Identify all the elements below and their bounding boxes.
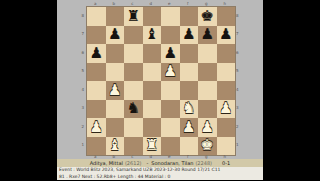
white-player-rating: (2612) — [125, 160, 142, 166]
square-e8[interactable] — [161, 7, 180, 26]
square-c1[interactable] — [124, 137, 143, 156]
rank-label-5: 5 — [234, 62, 263, 81]
rank-label-2: 2 — [234, 117, 263, 136]
chess-app-frame: abcdefgh 87654321 ♜♚♟♝♟♟♟♟♟♟♟♞♞♟♟♟♟♝♜♚ 8… — [57, 0, 263, 180]
square-b4[interactable]: ♟ — [106, 81, 125, 100]
square-f8[interactable] — [180, 7, 199, 26]
white-knight[interactable]: ♞ — [180, 100, 199, 119]
letterbox-right — [263, 0, 320, 180]
square-a2[interactable]: ♟ — [87, 118, 106, 137]
square-e6[interactable]: ♟ — [161, 44, 180, 63]
white-pawn[interactable]: ♟ — [198, 118, 217, 137]
white-player-name: Aditya, Mittal — [90, 160, 123, 166]
black-king[interactable]: ♚ — [198, 7, 217, 26]
white-pawn[interactable]: ♟ — [161, 63, 180, 82]
rank-label-7: 7 — [234, 25, 263, 44]
white-pawn[interactable]: ♟ — [180, 118, 199, 137]
black-knight[interactable]: ♞ — [124, 100, 143, 119]
white-pawn[interactable]: ♟ — [106, 81, 125, 100]
square-c2[interactable] — [124, 118, 143, 137]
white-rook[interactable]: ♜ — [143, 137, 162, 156]
square-g5[interactable] — [198, 63, 217, 82]
square-e1[interactable] — [161, 137, 180, 156]
square-g7[interactable]: ♟ — [198, 26, 217, 45]
square-a3[interactable] — [87, 100, 106, 119]
square-d5[interactable] — [143, 63, 162, 82]
square-a4[interactable] — [87, 81, 106, 100]
rank-labels-left: 87654321 — [57, 6, 86, 154]
square-b5[interactable] — [106, 63, 125, 82]
square-b6[interactable] — [106, 44, 125, 63]
square-h1[interactable] — [217, 137, 236, 156]
black-pawn[interactable]: ♟ — [198, 26, 217, 45]
square-e4[interactable] — [161, 81, 180, 100]
square-g4[interactable] — [198, 81, 217, 100]
square-f5[interactable] — [180, 63, 199, 82]
square-d8[interactable] — [143, 7, 162, 26]
square-c8[interactable]: ♜ — [124, 7, 143, 26]
square-a5[interactable] — [87, 63, 106, 82]
black-pawn[interactable]: ♟ — [87, 44, 106, 63]
square-f4[interactable] — [180, 81, 199, 100]
game-result: 0-1 — [222, 160, 230, 166]
rank-label-3: 3 — [234, 99, 263, 118]
black-player-name: Sonodaran, Tilan — [151, 160, 193, 166]
square-b2[interactable] — [106, 118, 125, 137]
square-a7[interactable] — [87, 26, 106, 45]
square-f2[interactable]: ♟ — [180, 118, 199, 137]
square-c3[interactable]: ♞ — [124, 100, 143, 119]
square-e7[interactable] — [161, 26, 180, 45]
square-g2[interactable]: ♟ — [198, 118, 217, 137]
square-d3[interactable] — [143, 100, 162, 119]
square-f3[interactable]: ♞ — [180, 100, 199, 119]
board-area: abcdefgh 87654321 ♜♚♟♝♟♟♟♟♟♟♟♞♞♟♟♟♟♝♜♚ 8… — [57, 0, 263, 159]
square-h6[interactable] — [217, 44, 236, 63]
rank-label-8: 8 — [234, 6, 263, 25]
square-f1[interactable] — [180, 137, 199, 156]
white-bishop[interactable]: ♝ — [106, 137, 125, 156]
black-player-rating: (2248) — [195, 160, 212, 166]
white-pawn[interactable]: ♟ — [87, 118, 106, 137]
square-g8[interactable]: ♚ — [198, 7, 217, 26]
black-bishop[interactable]: ♝ — [143, 26, 162, 45]
black-pawn[interactable]: ♟ — [106, 26, 125, 45]
square-f7[interactable]: ♟ — [180, 26, 199, 45]
black-rook[interactable]: ♜ — [124, 7, 143, 26]
square-g1[interactable]: ♚ — [198, 137, 217, 156]
square-f6[interactable] — [180, 44, 199, 63]
square-a1[interactable] — [87, 137, 106, 156]
caption-panel: Aditya, Mittal(2612)-Sonodaran, Tilan(22… — [57, 159, 263, 180]
square-h3[interactable]: ♟ — [217, 100, 236, 119]
square-b7[interactable]: ♟ — [106, 26, 125, 45]
square-d6[interactable] — [143, 44, 162, 63]
rank-label-6: 6 — [234, 43, 263, 62]
square-d1[interactable]: ♜ — [143, 137, 162, 156]
square-d7[interactable]: ♝ — [143, 26, 162, 45]
square-c6[interactable] — [124, 44, 143, 63]
square-e3[interactable] — [161, 100, 180, 119]
square-h4[interactable] — [217, 81, 236, 100]
square-h8[interactable] — [217, 7, 236, 26]
square-c4[interactable] — [124, 81, 143, 100]
square-c5[interactable] — [124, 63, 143, 82]
square-e2[interactable] — [161, 118, 180, 137]
square-c7[interactable] — [124, 26, 143, 45]
rank-labels-right: 87654321 — [234, 6, 263, 154]
white-king[interactable]: ♚ — [198, 137, 217, 156]
black-pawn[interactable]: ♟ — [161, 44, 180, 63]
letterbox-left — [0, 0, 57, 180]
square-d4[interactable] — [143, 81, 162, 100]
white-pawn[interactable]: ♟ — [217, 100, 236, 119]
square-a6[interactable]: ♟ — [87, 44, 106, 63]
square-h7[interactable]: ♟ — [217, 26, 236, 45]
square-b8[interactable] — [106, 7, 125, 26]
black-pawn[interactable]: ♟ — [180, 26, 199, 45]
players-line: Aditya, Mittal(2612)-Sonodaran, Tilan(22… — [57, 159, 263, 167]
square-d2[interactable] — [143, 118, 162, 137]
chess-board[interactable]: ♜♚♟♝♟♟♟♟♟♟♟♞♞♟♟♟♟♝♜♚ — [86, 6, 236, 156]
square-b3[interactable] — [106, 100, 125, 119]
square-g6[interactable] — [198, 44, 217, 63]
square-e5[interactable]: ♟ — [161, 63, 180, 82]
moves-line: 81 . Rxe7 Next : 52.Rb8+ Length : 44 Mat… — [57, 174, 263, 181]
rank-label-1: 1 — [234, 136, 263, 155]
square-b1[interactable]: ♝ — [106, 137, 125, 156]
rank-label-4: 4 — [234, 80, 263, 99]
black-pawn[interactable]: ♟ — [217, 26, 236, 45]
video-frame: abcdefgh 87654321 ♜♚♟♝♟♟♟♟♟♟♟♞♞♟♟♟♟♝♜♚ 8… — [0, 0, 320, 180]
players-separator: - — [147, 160, 149, 166]
square-g3[interactable] — [198, 100, 217, 119]
square-h5[interactable] — [217, 63, 236, 82]
square-a8[interactable] — [87, 7, 106, 26]
square-h2[interactable] — [217, 118, 236, 137]
